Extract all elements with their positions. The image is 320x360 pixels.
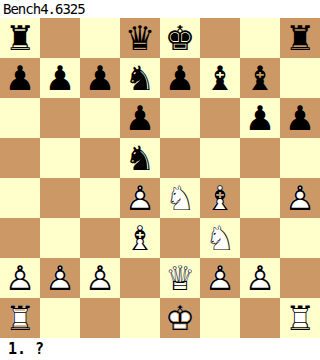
square-e7[interactable]: ♟	[160, 58, 200, 98]
black-pawn: ♟	[80, 58, 120, 98]
piece-outline: ♙	[240, 258, 280, 298]
square-d2[interactable]	[120, 258, 160, 298]
square-g5[interactable]	[240, 138, 280, 178]
square-g7[interactable]: ♝	[240, 58, 280, 98]
black-pawn: ♟	[160, 58, 200, 98]
square-d7[interactable]: ♞	[120, 58, 160, 98]
white-king: ♚♔	[160, 298, 200, 338]
white-knight: ♞♘	[200, 218, 240, 258]
black-king: ♚	[160, 18, 200, 58]
white-rook: ♜♖	[0, 298, 40, 338]
piece-outline: ♖	[280, 298, 320, 338]
square-c3[interactable]	[80, 218, 120, 258]
white-pawn: ♟♙	[200, 258, 240, 298]
black-pawn: ♟	[40, 58, 80, 98]
square-h8[interactable]: ♜	[280, 18, 320, 58]
black-bishop: ♝	[200, 58, 240, 98]
square-a3[interactable]	[0, 218, 40, 258]
square-a8[interactable]: ♜	[0, 18, 40, 58]
piece-outline: ♗	[200, 178, 240, 218]
square-g2[interactable]: ♟♙	[240, 258, 280, 298]
square-b4[interactable]	[40, 178, 80, 218]
square-a2[interactable]: ♟♙	[0, 258, 40, 298]
square-d1[interactable]	[120, 298, 160, 338]
black-pawn: ♟	[280, 98, 320, 138]
piece-outline: ♔	[160, 298, 200, 338]
piece-outline: ♘	[200, 218, 240, 258]
square-f6[interactable]	[200, 98, 240, 138]
black-knight: ♞	[120, 138, 160, 178]
square-a4[interactable]	[0, 178, 40, 218]
piece-outline: ♗	[120, 218, 160, 258]
square-f8[interactable]	[200, 18, 240, 58]
black-bishop: ♝	[240, 58, 280, 98]
square-e6[interactable]	[160, 98, 200, 138]
square-b5[interactable]	[40, 138, 80, 178]
square-e4[interactable]: ♞♘	[160, 178, 200, 218]
black-pawn: ♟	[0, 58, 40, 98]
square-d5[interactable]: ♞	[120, 138, 160, 178]
square-a7[interactable]: ♟	[0, 58, 40, 98]
white-pawn: ♟♙	[120, 178, 160, 218]
square-g3[interactable]	[240, 218, 280, 258]
white-bishop: ♝♗	[200, 178, 240, 218]
square-h7[interactable]	[280, 58, 320, 98]
square-e5[interactable]	[160, 138, 200, 178]
square-b6[interactable]	[40, 98, 80, 138]
white-pawn: ♟♙	[240, 258, 280, 298]
white-queen: ♛♕	[160, 258, 200, 298]
square-h6[interactable]: ♟	[280, 98, 320, 138]
square-f4[interactable]: ♝♗	[200, 178, 240, 218]
white-pawn: ♟♙	[40, 258, 80, 298]
black-pawn: ♟	[240, 98, 280, 138]
square-d6[interactable]: ♟	[120, 98, 160, 138]
piece-outline: ♙	[280, 178, 320, 218]
square-b1[interactable]	[40, 298, 80, 338]
square-g8[interactable]	[240, 18, 280, 58]
square-h2[interactable]	[280, 258, 320, 298]
square-g1[interactable]	[240, 298, 280, 338]
square-c8[interactable]	[80, 18, 120, 58]
square-d4[interactable]: ♟♙	[120, 178, 160, 218]
black-knight: ♞	[120, 58, 160, 98]
square-c5[interactable]	[80, 138, 120, 178]
white-knight: ♞♘	[160, 178, 200, 218]
square-a1[interactable]: ♜♖	[0, 298, 40, 338]
status-bar: 1. ?	[0, 338, 320, 360]
white-pawn: ♟♙	[80, 258, 120, 298]
move-prompt: 1. ?	[0, 340, 44, 358]
piece-outline: ♕	[160, 258, 200, 298]
square-c4[interactable]	[80, 178, 120, 218]
square-f2[interactable]: ♟♙	[200, 258, 240, 298]
black-queen: ♛	[120, 18, 160, 58]
title-bar: Bench4.6325	[0, 0, 320, 18]
square-f7[interactable]: ♝	[200, 58, 240, 98]
chess-board: ♜♛♚♜♟♟♟♞♟♝♝♟♟♟♞♟♙♞♘♝♗♟♙♝♗♞♘♟♙♟♙♟♙♛♕♟♙♟♙♜…	[0, 18, 320, 338]
square-g6[interactable]: ♟	[240, 98, 280, 138]
piece-outline: ♘	[160, 178, 200, 218]
square-b8[interactable]	[40, 18, 80, 58]
square-e3[interactable]	[160, 218, 200, 258]
square-e8[interactable]: ♚	[160, 18, 200, 58]
square-f3[interactable]: ♞♘	[200, 218, 240, 258]
white-bishop: ♝♗	[120, 218, 160, 258]
square-f5[interactable]	[200, 138, 240, 178]
piece-outline: ♙	[80, 258, 120, 298]
square-a6[interactable]	[0, 98, 40, 138]
square-h3[interactable]	[280, 218, 320, 258]
square-c2[interactable]: ♟♙	[80, 258, 120, 298]
square-b2[interactable]: ♟♙	[40, 258, 80, 298]
black-rook: ♜	[0, 18, 40, 58]
black-pawn: ♟	[120, 98, 160, 138]
white-rook: ♜♖	[280, 298, 320, 338]
square-h1[interactable]: ♜♖	[280, 298, 320, 338]
white-pawn: ♟♙	[0, 258, 40, 298]
square-h5[interactable]	[280, 138, 320, 178]
square-c1[interactable]	[80, 298, 120, 338]
square-h4[interactable]: ♟♙	[280, 178, 320, 218]
piece-outline: ♖	[0, 298, 40, 338]
black-rook: ♜	[280, 18, 320, 58]
chess-app-window: Bench4.6325 ♜♛♚♜♟♟♟♞♟♝♝♟♟♟♞♟♙♞♘♝♗♟♙♝♗♞♘♟…	[0, 0, 320, 360]
square-e1[interactable]: ♚♔	[160, 298, 200, 338]
piece-outline: ♙	[120, 178, 160, 218]
square-e2[interactable]: ♛♕	[160, 258, 200, 298]
square-d8[interactable]: ♛	[120, 18, 160, 58]
square-b3[interactable]	[40, 218, 80, 258]
square-f1[interactable]	[200, 298, 240, 338]
square-c6[interactable]	[80, 98, 120, 138]
piece-outline: ♙	[200, 258, 240, 298]
square-a5[interactable]	[0, 138, 40, 178]
piece-outline: ♙	[0, 258, 40, 298]
square-d3[interactable]: ♝♗	[120, 218, 160, 258]
white-pawn: ♟♙	[280, 178, 320, 218]
square-c7[interactable]: ♟	[80, 58, 120, 98]
square-b7[interactable]: ♟	[40, 58, 80, 98]
piece-outline: ♙	[40, 258, 80, 298]
square-g4[interactable]	[240, 178, 280, 218]
window-title: Bench4.6325	[0, 1, 85, 17]
